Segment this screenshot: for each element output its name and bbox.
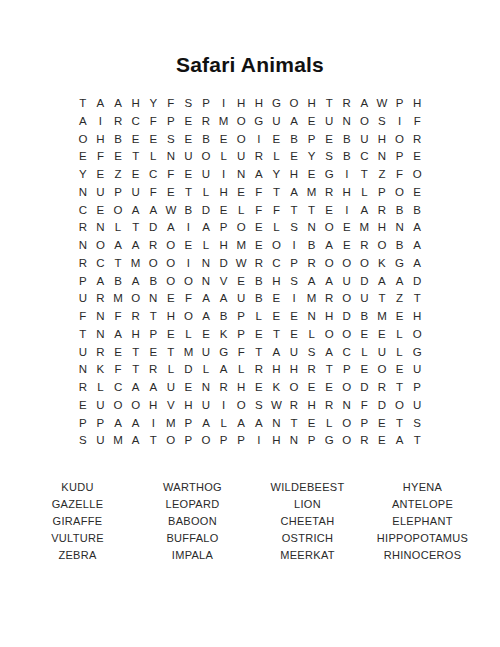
- grid-cell-r11c6: O: [162, 273, 180, 291]
- grid-cell-r15c11: T: [250, 344, 268, 362]
- grid-cell-r18c1: E: [74, 397, 92, 415]
- grid-cell-r7c14: T: [303, 202, 321, 220]
- grid-cell-r16c17: E: [356, 361, 374, 379]
- grid-cell-r9c1: N: [74, 237, 92, 255]
- grid-cell-r15c20: G: [408, 344, 426, 362]
- grid-cell-r10c6: O: [162, 255, 180, 273]
- grid-cell-r5c6: F: [162, 166, 180, 184]
- grid-cell-r17c12: K: [268, 379, 286, 397]
- grid-cell-r8c18: H: [373, 219, 391, 237]
- grid-cell-r12c6: E: [162, 290, 180, 308]
- grid-cell-r1c18: W: [373, 95, 391, 113]
- grid-cell-r19c2: P: [92, 415, 110, 433]
- grid-cell-r1c13: O: [285, 95, 303, 113]
- grid-cell-r13c4: R: [127, 308, 145, 326]
- grid-cell-r19c8: A: [197, 415, 215, 433]
- grid-cell-r11c12: H: [268, 273, 286, 291]
- grid-cell-r5c16: I: [338, 166, 356, 184]
- grid-cell-r15c18: U: [373, 344, 391, 362]
- grid-cell-r20c11: I: [250, 432, 268, 450]
- grid-cell-r2c17: O: [356, 113, 374, 131]
- grid-cell-r16c16: P: [338, 361, 356, 379]
- grid-cell-r14c2: N: [92, 326, 110, 344]
- grid-cell-r3c8: B: [197, 131, 215, 149]
- grid-cell-r6c17: L: [356, 184, 374, 202]
- grid-cell-r5c10: N: [232, 166, 250, 184]
- grid-cell-r7c15: E: [320, 202, 338, 220]
- grid-cell-r12c3: M: [109, 290, 127, 308]
- grid-cell-r20c14: P: [303, 432, 321, 450]
- grid-cell-r18c9: I: [215, 397, 233, 415]
- grid-cell-r20c17: R: [356, 432, 374, 450]
- grid-cell-r13c2: N: [92, 308, 110, 326]
- grid-cell-r3c3: B: [109, 131, 127, 149]
- grid-cell-r12c14: M: [303, 290, 321, 308]
- grid-cell-r15c13: U: [285, 344, 303, 362]
- grid-cell-r20c3: M: [109, 432, 127, 450]
- grid-cell-r10c3: T: [109, 255, 127, 273]
- grid-cell-r20c20: T: [408, 432, 426, 450]
- grid-cell-r16c19: E: [391, 361, 409, 379]
- grid-cell-r20c15: G: [320, 432, 338, 450]
- grid-cell-r14c10: P: [232, 326, 250, 344]
- grid-cell-r6c13: A: [285, 184, 303, 202]
- grid-cell-r4c10: U: [232, 148, 250, 166]
- grid-cell-r3c17: U: [356, 131, 374, 149]
- word-list-item: GIRAFFE: [20, 516, 135, 528]
- grid-cell-r5c15: G: [320, 166, 338, 184]
- grid-cell-r11c2: A: [92, 273, 110, 291]
- grid-cell-r14c5: P: [144, 326, 162, 344]
- grid-cell-r7c5: A: [144, 202, 162, 220]
- grid-cell-r16c11: R: [250, 361, 268, 379]
- grid-cell-r14c1: T: [74, 326, 92, 344]
- grid-cell-r19c4: A: [127, 415, 145, 433]
- grid-cell-r3c2: H: [92, 131, 110, 149]
- grid-cell-r9c9: H: [215, 237, 233, 255]
- grid-cell-r6c8: L: [197, 184, 215, 202]
- grid-cell-r1c17: A: [356, 95, 374, 113]
- grid-cell-r8c9: P: [215, 219, 233, 237]
- grid-cell-r9c18: O: [373, 237, 391, 255]
- grid-cell-r14c4: H: [127, 326, 145, 344]
- grid-cell-r9c5: R: [144, 237, 162, 255]
- grid-cell-r6c9: H: [215, 184, 233, 202]
- grid-cell-r19c13: T: [285, 415, 303, 433]
- word-list-item: BUFFALO: [135, 533, 250, 545]
- grid-cell-r15c17: L: [356, 344, 374, 362]
- grid-cell-r17c7: E: [180, 379, 198, 397]
- grid-cell-r1c3: A: [109, 95, 127, 113]
- grid-cell-r2c13: A: [285, 113, 303, 131]
- grid-cell-r20c2: U: [92, 432, 110, 450]
- grid-cell-r20c7: P: [180, 432, 198, 450]
- grid-cell-r2c1: A: [74, 113, 92, 131]
- grid-cell-r17c9: R: [215, 379, 233, 397]
- grid-cell-r19c17: P: [356, 415, 374, 433]
- word-list-item: OSTRICH: [250, 533, 365, 545]
- word-list-item: CHEETAH: [250, 516, 365, 528]
- grid-cell-r9c2: O: [92, 237, 110, 255]
- grid-cell-r2c2: I: [92, 113, 110, 131]
- grid-cell-r3c20: R: [408, 131, 426, 149]
- grid-cell-r13c18: M: [373, 308, 391, 326]
- grid-cell-r12c12: E: [268, 290, 286, 308]
- grid-cell-r19c12: N: [268, 415, 286, 433]
- grid-cell-r5c5: C: [144, 166, 162, 184]
- grid-cell-r11c19: A: [391, 273, 409, 291]
- grid-cell-r3c5: E: [144, 131, 162, 149]
- grid-cell-r4c20: E: [408, 148, 426, 166]
- grid-cell-r2c5: F: [144, 113, 162, 131]
- grid-cell-r9c4: A: [127, 237, 145, 255]
- grid-cell-r20c6: O: [162, 432, 180, 450]
- grid-cell-r9c11: E: [250, 237, 268, 255]
- word-list-item: WARTHOG: [135, 482, 250, 494]
- grid-cell-r13c5: T: [144, 308, 162, 326]
- grid-cell-r18c2: U: [92, 397, 110, 415]
- grid-cell-r17c5: A: [144, 379, 162, 397]
- grid-cell-r16c10: L: [232, 361, 250, 379]
- grid-cell-r4c8: O: [197, 148, 215, 166]
- grid-cell-r8c4: T: [127, 219, 145, 237]
- word-list-item: KUDU: [20, 482, 135, 494]
- grid-cell-r12c13: I: [285, 290, 303, 308]
- grid-cell-r2c20: F: [408, 113, 426, 131]
- grid-cell-r3c6: S: [162, 131, 180, 149]
- grid-cell-r20c1: S: [74, 432, 92, 450]
- grid-cell-r3c16: B: [338, 131, 356, 149]
- grid-cell-r20c12: H: [268, 432, 286, 450]
- grid-cell-r10c5: O: [144, 255, 162, 273]
- grid-cell-r17c2: L: [92, 379, 110, 397]
- grid-cell-r2c4: C: [127, 113, 145, 131]
- grid-cell-r5c19: F: [391, 166, 409, 184]
- grid-cell-r14c7: L: [180, 326, 198, 344]
- grid-cell-r10c12: C: [268, 255, 286, 273]
- grid-cell-r12c16: O: [338, 290, 356, 308]
- grid-cell-r12c5: N: [144, 290, 162, 308]
- grid-cell-r8c6: A: [162, 219, 180, 237]
- grid-cell-r3c15: E: [320, 131, 338, 149]
- grid-cell-r7c6: W: [162, 202, 180, 220]
- grid-cell-r18c18: D: [373, 397, 391, 415]
- grid-cell-r7c4: A: [127, 202, 145, 220]
- grid-cell-r2c10: O: [232, 113, 250, 131]
- grid-cell-r5c20: O: [408, 166, 426, 184]
- grid-cell-r6c20: E: [408, 184, 426, 202]
- grid-cell-r1c7: S: [180, 95, 198, 113]
- grid-cell-r7c1: C: [74, 202, 92, 220]
- grid-cell-r19c16: O: [338, 415, 356, 433]
- grid-cell-r6c2: U: [92, 184, 110, 202]
- grid-cell-r15c6: T: [162, 344, 180, 362]
- grid-cell-r9c15: A: [320, 237, 338, 255]
- grid-cell-r5c3: Z: [109, 166, 127, 184]
- grid-cell-r15c8: U: [197, 344, 215, 362]
- grid-cell-r16c12: H: [268, 361, 286, 379]
- grid-cell-r11c10: E: [232, 273, 250, 291]
- word-list-item: RHINOCEROS: [365, 550, 480, 562]
- grid-cell-r9c19: B: [391, 237, 409, 255]
- grid-cell-r14c20: O: [408, 326, 426, 344]
- grid-cell-r12c1: U: [74, 290, 92, 308]
- grid-cell-r3c18: H: [373, 131, 391, 149]
- grid-cell-r7c9: E: [215, 202, 233, 220]
- grid-cell-r7c7: B: [180, 202, 198, 220]
- grid-cell-r4c11: R: [250, 148, 268, 166]
- grid-cell-r18c14: H: [303, 397, 321, 415]
- grid-cell-r10c14: R: [303, 255, 321, 273]
- grid-cell-r12c10: U: [232, 290, 250, 308]
- grid-cell-r12c8: A: [197, 290, 215, 308]
- grid-cell-r14c17: E: [356, 326, 374, 344]
- grid-cell-r16c3: F: [109, 361, 127, 379]
- grid-cell-r6c10: E: [232, 184, 250, 202]
- grid-cell-r5c18: Z: [373, 166, 391, 184]
- grid-cell-r4c9: L: [215, 148, 233, 166]
- grid-cell-r5c13: H: [285, 166, 303, 184]
- grid-cell-r3c19: O: [391, 131, 409, 149]
- grid-cell-r17c18: R: [373, 379, 391, 397]
- grid-cell-r8c14: N: [303, 219, 321, 237]
- grid-cell-r12c15: R: [320, 290, 338, 308]
- grid-cell-r15c14: S: [303, 344, 321, 362]
- grid-cell-r14c13: E: [285, 326, 303, 344]
- grid-cell-r16c6: L: [162, 361, 180, 379]
- grid-cell-r15c2: R: [92, 344, 110, 362]
- grid-cell-r5c1: Y: [74, 166, 92, 184]
- grid-cell-r19c14: E: [303, 415, 321, 433]
- grid-cell-r3c10: O: [232, 131, 250, 149]
- grid-cell-r2c19: I: [391, 113, 409, 131]
- grid-cell-r1c11: H: [250, 95, 268, 113]
- grid-cell-r4c18: N: [373, 148, 391, 166]
- grid-cell-r1c6: F: [162, 95, 180, 113]
- grid-cell-r6c5: F: [144, 184, 162, 202]
- grid-cell-r7c2: E: [92, 202, 110, 220]
- grid-cell-r4c6: N: [162, 148, 180, 166]
- word-list-item: LEOPARD: [135, 499, 250, 511]
- grid-cell-r16c9: A: [215, 361, 233, 379]
- grid-cell-r17c11: E: [250, 379, 268, 397]
- grid-cell-r13c14: N: [303, 308, 321, 326]
- grid-cell-r16c7: D: [180, 361, 198, 379]
- grid-cell-r13c7: O: [180, 308, 198, 326]
- grid-cell-r1c16: R: [338, 95, 356, 113]
- grid-cell-r20c4: A: [127, 432, 145, 450]
- grid-cell-r8c11: E: [250, 219, 268, 237]
- grid-cell-r1c8: P: [197, 95, 215, 113]
- grid-cell-r14c8: E: [197, 326, 215, 344]
- grid-cell-r7c8: D: [197, 202, 215, 220]
- grid-cell-r19c5: I: [144, 415, 162, 433]
- grid-cell-r18c3: O: [109, 397, 127, 415]
- word-list-item: HYENA: [365, 482, 480, 494]
- word-list-item: ELEPHANT: [365, 516, 480, 528]
- grid-cell-r10c16: O: [338, 255, 356, 273]
- grid-cell-r10c10: W: [232, 255, 250, 273]
- grid-cell-r4c17: C: [356, 148, 374, 166]
- grid-cell-r16c2: K: [92, 361, 110, 379]
- grid-cell-r16c8: L: [197, 361, 215, 379]
- grid-cell-r14c6: E: [162, 326, 180, 344]
- grid-cell-r13c19: E: [391, 308, 409, 326]
- puzzle-page: Safari Animals TAAHYFSPIHHGOHTRAWPHAIRCF…: [0, 0, 500, 647]
- grid-cell-r1c14: H: [303, 95, 321, 113]
- grid-cell-r14c3: A: [109, 326, 127, 344]
- grid-cell-r18c7: H: [180, 397, 198, 415]
- grid-cell-r20c8: O: [197, 432, 215, 450]
- grid-cell-r17c3: C: [109, 379, 127, 397]
- grid-cell-r8c19: N: [391, 219, 409, 237]
- grid-cell-r14c12: T: [268, 326, 286, 344]
- grid-cell-r12c18: T: [373, 290, 391, 308]
- grid-cell-r13c17: B: [356, 308, 374, 326]
- grid-cell-r4c7: U: [180, 148, 198, 166]
- grid-cell-r19c10: A: [232, 415, 250, 433]
- grid-cell-r18c20: U: [408, 397, 426, 415]
- word-list-item: GAZELLE: [20, 499, 135, 511]
- grid-cell-r18c5: H: [144, 397, 162, 415]
- grid-cell-r15c5: E: [144, 344, 162, 362]
- word-list-item: BABOON: [135, 516, 250, 528]
- grid-cell-r20c13: N: [285, 432, 303, 450]
- grid-cell-r6c16: H: [338, 184, 356, 202]
- grid-cell-r10c1: R: [74, 255, 92, 273]
- grid-cell-r13c16: D: [338, 308, 356, 326]
- grid-cell-r11c15: A: [320, 273, 338, 291]
- grid-cell-r2c18: S: [373, 113, 391, 131]
- grid-cell-r11c9: V: [215, 273, 233, 291]
- grid-cell-r6c19: O: [391, 184, 409, 202]
- grid-cell-r16c15: T: [320, 361, 338, 379]
- grid-cell-r7c18: R: [373, 202, 391, 220]
- grid-cell-r14c9: K: [215, 326, 233, 344]
- grid-cell-r16c1: N: [74, 361, 92, 379]
- grid-cell-r3c13: B: [285, 131, 303, 149]
- grid-cell-r9c10: M: [232, 237, 250, 255]
- grid-cell-r18c12: W: [268, 397, 286, 415]
- grid-cell-r8c15: O: [320, 219, 338, 237]
- grid-cell-r8c17: M: [356, 219, 374, 237]
- grid-cell-r5c2: E: [92, 166, 110, 184]
- grid-cell-r6c1: N: [74, 184, 92, 202]
- puzzle-title: Safari Animals: [0, 0, 500, 77]
- word-list: KUDUWARTHOGWILDEBEESTHYENAGAZELLELEOPARD…: [20, 482, 480, 562]
- grid-cell-r16c14: R: [303, 361, 321, 379]
- word-list-item: LION: [250, 499, 365, 511]
- grid-cell-r8c7: I: [180, 219, 198, 237]
- grid-cell-r11c17: D: [356, 273, 374, 291]
- grid-cell-r11c3: B: [109, 273, 127, 291]
- grid-cell-r12c20: T: [408, 290, 426, 308]
- grid-cell-r6c12: T: [268, 184, 286, 202]
- grid-cell-r4c5: L: [144, 148, 162, 166]
- grid-cell-r4c15: S: [320, 148, 338, 166]
- grid-cell-r14c11: E: [250, 326, 268, 344]
- grid-cell-r19c6: M: [162, 415, 180, 433]
- grid-cell-r4c4: T: [127, 148, 145, 166]
- grid-cell-r14c15: O: [320, 326, 338, 344]
- grid-cell-r12c9: A: [215, 290, 233, 308]
- word-list-item: VULTURE: [20, 533, 135, 545]
- grid-cell-r15c16: C: [338, 344, 356, 362]
- grid-cell-r12c19: Z: [391, 290, 409, 308]
- grid-cell-r20c18: E: [373, 432, 391, 450]
- grid-cell-r18c13: R: [285, 397, 303, 415]
- grid-cell-r17c13: O: [285, 379, 303, 397]
- grid-cell-r14c19: L: [391, 326, 409, 344]
- grid-cell-r2c9: M: [215, 113, 233, 131]
- grid-cell-r13c13: E: [285, 308, 303, 326]
- grid-cell-r7c3: O: [109, 202, 127, 220]
- grid-cell-r15c3: E: [109, 344, 127, 362]
- grid-cell-r11c11: B: [250, 273, 268, 291]
- grid-cell-r9c17: R: [356, 237, 374, 255]
- grid-cell-r16c5: R: [144, 361, 162, 379]
- grid-cell-r19c3: A: [109, 415, 127, 433]
- grid-cell-r6c14: M: [303, 184, 321, 202]
- grid-cell-r13c9: B: [215, 308, 233, 326]
- grid-cell-r12c17: U: [356, 290, 374, 308]
- grid-cell-r13c10: P: [232, 308, 250, 326]
- grid-cell-r19c7: P: [180, 415, 198, 433]
- grid-cell-r12c7: F: [180, 290, 198, 308]
- grid-cell-r6c7: T: [180, 184, 198, 202]
- grid-cell-r17c16: O: [338, 379, 356, 397]
- grid-cell-r18c16: N: [338, 397, 356, 415]
- grid-cell-r6c4: U: [127, 184, 145, 202]
- grid-cell-r12c2: R: [92, 290, 110, 308]
- grid-cell-r18c6: V: [162, 397, 180, 415]
- grid-cell-r8c5: D: [144, 219, 162, 237]
- grid-cell-r4c16: B: [338, 148, 356, 166]
- grid-cell-r7c10: L: [232, 202, 250, 220]
- grid-cell-r8c8: A: [197, 219, 215, 237]
- grid-cell-r2c14: E: [303, 113, 321, 131]
- grid-cell-r19c1: P: [74, 415, 92, 433]
- grid-cell-r19c9: L: [215, 415, 233, 433]
- grid-cell-r3c4: E: [127, 131, 145, 149]
- grid-cell-r7c12: F: [268, 202, 286, 220]
- grid-cell-r8c12: L: [268, 219, 286, 237]
- grid-cell-r3c9: E: [215, 131, 233, 149]
- grid-cell-r9c13: I: [285, 237, 303, 255]
- grid-cell-r10c8: N: [197, 255, 215, 273]
- grid-cell-r16c20: U: [408, 361, 426, 379]
- grid-cell-r4c2: F: [92, 148, 110, 166]
- grid-cell-r11c7: O: [180, 273, 198, 291]
- grid-cell-r9c20: A: [408, 237, 426, 255]
- word-list-item: ZEBRA: [20, 550, 135, 562]
- grid-cell-r1c19: P: [391, 95, 409, 113]
- grid-cell-r10c9: D: [215, 255, 233, 273]
- grid-cell-r5c12: Y: [268, 166, 286, 184]
- grid-cell-r6c18: P: [373, 184, 391, 202]
- grid-cell-r2c11: G: [250, 113, 268, 131]
- grid-cell-r5c7: E: [180, 166, 198, 184]
- grid-cell-r11c1: P: [74, 273, 92, 291]
- grid-cell-r2c3: R: [109, 113, 127, 131]
- grid-cell-r18c17: F: [356, 397, 374, 415]
- grid-cell-r10c15: O: [320, 255, 338, 273]
- word-search-grid: TAAHYFSPIHHGOHTRAWPHAIRCFPERMOGUAEUNOSIF…: [0, 95, 500, 450]
- grid-cell-r1c10: H: [232, 95, 250, 113]
- grid-cell-r6c6: E: [162, 184, 180, 202]
- grid-cell-r4c1: E: [74, 148, 92, 166]
- grid-cell-r7c19: B: [391, 202, 409, 220]
